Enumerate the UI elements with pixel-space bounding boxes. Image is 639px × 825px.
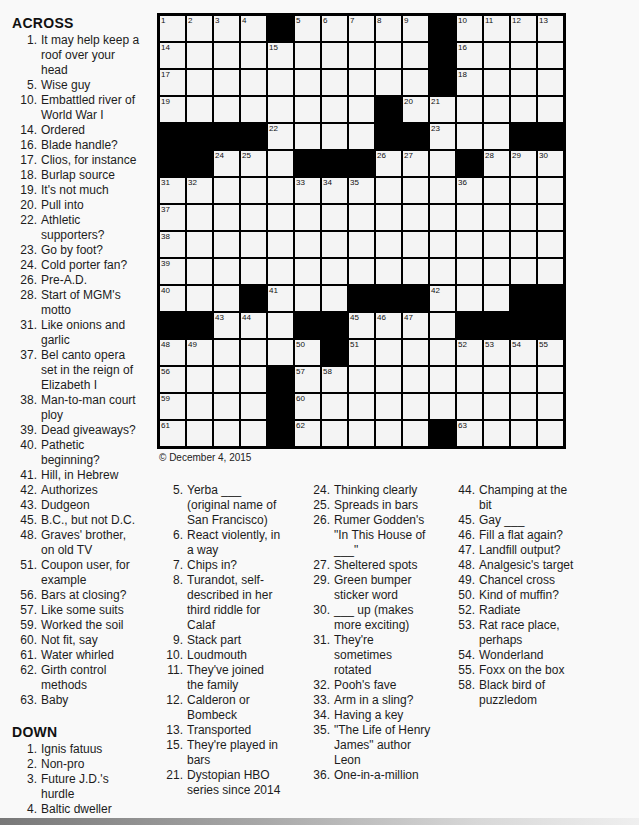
grid-cell-r8c1[interactable]: 37 — [159, 204, 186, 231]
clue-number: 26. — [12, 273, 41, 288]
grid-cell-r9c10[interactable] — [402, 231, 429, 258]
grid-cell-r14c7[interactable]: 58 — [321, 366, 348, 393]
grid-cell-r13c14[interactable]: 54 — [510, 339, 537, 366]
grid-cell-r14c11[interactable] — [429, 366, 456, 393]
clue-number: 5. — [164, 483, 187, 528]
grid-cell-r1c8[interactable]: 7 — [348, 15, 375, 42]
grid-cell-r4c3[interactable] — [213, 96, 240, 123]
clue-down_44_58-52: 52.Radiate — [456, 603, 628, 618]
grid-cell-r5c13[interactable] — [483, 123, 510, 150]
grid-cell-r10c12[interactable] — [456, 258, 483, 285]
clue-down_44_58-58: 58.Black bird of puzzledom — [456, 678, 628, 708]
grid-cell-r16c1[interactable]: 61 — [159, 420, 186, 447]
cell-number-13: 13 — [539, 16, 548, 25]
clue-number: 38. — [12, 393, 41, 423]
cell-number-28: 28 — [485, 151, 494, 160]
clue-text: Worked the soil — [41, 618, 123, 633]
grid-cell-r14c10[interactable] — [402, 366, 429, 393]
grid-cell-r2c10[interactable] — [402, 42, 429, 69]
clue-down_24_36-24: 24.Thinking clearly — [311, 483, 459, 498]
grid-cell-r14c12[interactable] — [456, 366, 483, 393]
grid-cell-r2c3[interactable] — [213, 42, 240, 69]
grid-cell-r15c1[interactable]: 59 — [159, 393, 186, 420]
grid-cell-r11c3[interactable] — [213, 285, 240, 312]
grid-cell-r7c5[interactable] — [267, 177, 294, 204]
grid-cell-r15c2[interactable] — [186, 393, 213, 420]
grid-cell-r16c2[interactable] — [186, 420, 213, 447]
clue-text: Bel canto opera set in the reign of Eliz… — [41, 348, 133, 393]
grid-cell-r12c11[interactable] — [429, 312, 456, 339]
grid-cell-r1c10[interactable]: 9 — [402, 15, 429, 42]
clue-text: Having a key — [334, 708, 403, 723]
cell-number-41: 41 — [269, 286, 278, 295]
clue-number: 39. — [12, 423, 41, 438]
grid-cell-r4c2[interactable] — [186, 96, 213, 123]
grid-cell-r15c12[interactable] — [456, 393, 483, 420]
grid-cell-r2c9[interactable] — [375, 42, 402, 69]
grid-cell-r2c14[interactable] — [510, 42, 537, 69]
cell-number-17: 17 — [161, 70, 170, 79]
grid-cell-r1c7[interactable]: 6 — [321, 15, 348, 42]
grid-cell-r9c9[interactable] — [375, 231, 402, 258]
grid-cell-r9c6[interactable] — [294, 231, 321, 258]
grid-cell-r4c4[interactable] — [240, 96, 267, 123]
grid-cell-r14c14[interactable] — [510, 366, 537, 393]
grid-cell-r14c3[interactable] — [213, 366, 240, 393]
grid-cell-r3c1[interactable]: 17 — [159, 69, 186, 96]
grid-cell-r15c15[interactable] — [537, 393, 564, 420]
cell-number-18: 18 — [458, 70, 467, 79]
grid-cell-r4c13[interactable] — [483, 96, 510, 123]
grid-cell-r14c6[interactable]: 57 — [294, 366, 321, 393]
grid-cell-r8c14[interactable] — [510, 204, 537, 231]
clue-text: Baltic dweller — [41, 802, 112, 817]
clue-text: Chancel cross — [479, 573, 555, 588]
grid-cell-r3c8[interactable] — [348, 69, 375, 96]
grid-cell-r7c9[interactable] — [375, 177, 402, 204]
grid-cell-r16c9[interactable] — [375, 420, 402, 447]
grid-cell-r2c12[interactable]: 16 — [456, 42, 483, 69]
grid-cell-r8c4[interactable] — [240, 204, 267, 231]
grid-cell-r3c10[interactable] — [402, 69, 429, 96]
clue-down_1_4-3: 3.Future J.D.'s hurdle — [12, 772, 158, 802]
grid-cell-r10c15[interactable] — [537, 258, 564, 285]
grid-cell-r1c5 — [267, 15, 294, 42]
clue-down_5_21-13: 13.Transported — [164, 723, 316, 738]
grid-cell-r9c12[interactable] — [456, 231, 483, 258]
clue-text: Cold porter fan? — [41, 258, 127, 273]
grid-cell-r2c7[interactable] — [321, 42, 348, 69]
clue-down_24_36-36: 36.One-in-a-million — [311, 768, 459, 783]
grid-cell-r14c8[interactable] — [348, 366, 375, 393]
clues-left-column: ACROSS 1.It may help keep a roof over yo… — [12, 15, 158, 817]
grid-cell-r12c4[interactable]: 44 — [240, 312, 267, 339]
grid-cell-r7c6[interactable]: 33 — [294, 177, 321, 204]
grid-cell-r13c6[interactable]: 50 — [294, 339, 321, 366]
grid-cell-r13c11[interactable] — [429, 339, 456, 366]
cell-number-34: 34 — [323, 178, 332, 187]
grid-cell-r7c7[interactable]: 34 — [321, 177, 348, 204]
clue-across-23: 23.Go by foot? — [12, 243, 158, 258]
grid-cell-r15c3[interactable] — [213, 393, 240, 420]
clue-text: Transported — [187, 723, 251, 738]
grid-cell-r10c5[interactable] — [267, 258, 294, 285]
grid-cell-r5c12[interactable] — [456, 123, 483, 150]
clue-text: Chips in? — [187, 558, 237, 573]
grid-cell-r15c10[interactable] — [402, 393, 429, 420]
grid-cell-r13c1[interactable]: 48 — [159, 339, 186, 366]
grid-cell-r3c14[interactable] — [510, 69, 537, 96]
grid-cell-r15c11[interactable] — [429, 393, 456, 420]
grid-cell-r12c9[interactable]: 46 — [375, 312, 402, 339]
grid-cell-r1c12[interactable]: 10 — [456, 15, 483, 42]
grid-cell-r5c2 — [186, 123, 213, 150]
grid-cell-r10c10[interactable] — [402, 258, 429, 285]
grid-cell-r3c11 — [429, 69, 456, 96]
cell-number-42: 42 — [431, 286, 440, 295]
grid-cell-r12c14 — [510, 312, 537, 339]
grid-cell-r3c9[interactable] — [375, 69, 402, 96]
grid-cell-r10c11[interactable] — [429, 258, 456, 285]
grid-cell-r9c7[interactable] — [321, 231, 348, 258]
grid-cell-r8c7[interactable] — [321, 204, 348, 231]
grid-cell-r13c12[interactable]: 52 — [456, 339, 483, 366]
grid-cell-r5c5[interactable]: 22 — [267, 123, 294, 150]
clue-text: Non-pro — [41, 757, 84, 772]
grid-cell-r4c11[interactable]: 21 — [429, 96, 456, 123]
cell-number-19: 19 — [161, 97, 170, 106]
grid-cell-r14c5 — [267, 366, 294, 393]
grid-cell-r8c5[interactable] — [267, 204, 294, 231]
grid-cell-r1c3[interactable]: 3 — [213, 15, 240, 42]
clue-down_24_36-26: 26.Rumer Godden's "In This House of ___" — [311, 513, 459, 558]
grid-cell-r14c9[interactable] — [375, 366, 402, 393]
grid-cell-r11c15 — [537, 285, 564, 312]
grid-cell-r7c12[interactable]: 36 — [456, 177, 483, 204]
grid-cell-r9c8[interactable] — [348, 231, 375, 258]
clue-across-57: 57.Like some suits — [12, 603, 158, 618]
clue-text: Future J.D.'s hurdle — [41, 772, 109, 802]
clue-number: 53. — [456, 618, 479, 648]
clue-number: 16. — [12, 138, 41, 153]
grid-cell-r14c4[interactable] — [240, 366, 267, 393]
grid-cell-r8c10[interactable] — [402, 204, 429, 231]
clue-number: 31. — [12, 318, 41, 348]
clue-number: 61. — [12, 648, 41, 663]
grid-cell-r3c7[interactable] — [321, 69, 348, 96]
grid-cell-r3c5[interactable] — [267, 69, 294, 96]
grid-cell-r9c4[interactable] — [240, 231, 267, 258]
grid-cell-r7c14[interactable] — [510, 177, 537, 204]
grid-cell-r11c11[interactable]: 42 — [429, 285, 456, 312]
clue-text: Wise guy — [41, 78, 90, 93]
grid-cell-r6c10[interactable]: 27 — [402, 150, 429, 177]
grid-cell-r13c2[interactable]: 49 — [186, 339, 213, 366]
clue-text: Girth control methods — [41, 663, 106, 693]
grid-cell-r12c10[interactable]: 47 — [402, 312, 429, 339]
grid-cell-r15c8[interactable] — [348, 393, 375, 420]
grid-cell-r9c5[interactable] — [267, 231, 294, 258]
grid-cell-r8c3[interactable] — [213, 204, 240, 231]
grid-cell-r16c14[interactable] — [510, 420, 537, 447]
grid-cell-r6c3[interactable]: 24 — [213, 150, 240, 177]
grid-cell-r12c5[interactable] — [267, 312, 294, 339]
grid-cell-r14c2[interactable] — [186, 366, 213, 393]
grid-cell-r1c2[interactable]: 2 — [186, 15, 213, 42]
grid-cell-r1c14[interactable]: 12 — [510, 15, 537, 42]
grid-cell-r2c13[interactable] — [483, 42, 510, 69]
grid-cell-r11c7[interactable] — [321, 285, 348, 312]
grid-cell-r5c8[interactable] — [348, 123, 375, 150]
clue-text: Turandot, self- described in her third r… — [187, 573, 272, 633]
clue-text: "The Life of Henry James" author Leon — [334, 723, 430, 768]
grid-cell-r11c2[interactable] — [186, 285, 213, 312]
grid-cell-r16c3[interactable] — [213, 420, 240, 447]
grid-cell-r9c14[interactable] — [510, 231, 537, 258]
clue-number: 14. — [12, 123, 41, 138]
grid-cell-r11c5[interactable]: 41 — [267, 285, 294, 312]
grid-cell-r13c9[interactable] — [375, 339, 402, 366]
grid-cell-r7c4[interactable] — [240, 177, 267, 204]
grid-cell-r6c7 — [321, 150, 348, 177]
grid-cell-r8c15[interactable] — [537, 204, 564, 231]
grid-cell-r10c6[interactable] — [294, 258, 321, 285]
clue-text: Spreads in bars — [334, 498, 418, 513]
grid-cell-r16c7[interactable] — [321, 420, 348, 447]
clue-number: 24. — [311, 483, 334, 498]
grid-cell-r6c5[interactable] — [267, 150, 294, 177]
grid-cell-r9c3[interactable] — [213, 231, 240, 258]
cell-number-52: 52 — [458, 340, 467, 349]
clue-text: Man-to-man court ploy — [41, 393, 136, 423]
grid-cell-r7c1[interactable]: 31 — [159, 177, 186, 204]
grid-cell-r3c2[interactable] — [186, 69, 213, 96]
clue-number: 3. — [12, 772, 41, 802]
grid-cell-r12c3[interactable]: 43 — [213, 312, 240, 339]
grid-cell-r10c2[interactable] — [186, 258, 213, 285]
grid-cell-r16c15[interactable] — [537, 420, 564, 447]
grid-cell-r2c1[interactable]: 14 — [159, 42, 186, 69]
grid-cell-r11c12[interactable] — [456, 285, 483, 312]
grid-cell-r5c6[interactable] — [294, 123, 321, 150]
grid-cell-r14c15[interactable] — [537, 366, 564, 393]
grid-cell-r6c11[interactable] — [429, 150, 456, 177]
grid-cell-r6c9[interactable]: 26 — [375, 150, 402, 177]
grid-cell-r11c6[interactable] — [294, 285, 321, 312]
grid-cell-r6c15[interactable]: 30 — [537, 150, 564, 177]
grid-cell-r3c15[interactable] — [537, 69, 564, 96]
grid-cell-r3c12[interactable]: 18 — [456, 69, 483, 96]
grid-cell-r4c5[interactable] — [267, 96, 294, 123]
grid-cell-r8c12[interactable] — [456, 204, 483, 231]
grid-cell-r10c4[interactable] — [240, 258, 267, 285]
grid-cell-r9c11[interactable] — [429, 231, 456, 258]
clue-down_5_21-5: 5.Yerba ___ (original name of San Franci… — [164, 483, 316, 528]
grid-cell-r8c6[interactable] — [294, 204, 321, 231]
grid-cell-r5c3 — [213, 123, 240, 150]
grid-cell-r7c8[interactable]: 35 — [348, 177, 375, 204]
grid-cell-r16c13[interactable] — [483, 420, 510, 447]
grid-cell-r13c10[interactable] — [402, 339, 429, 366]
cell-number-36: 36 — [458, 178, 467, 187]
grid-cell-r3c3[interactable] — [213, 69, 240, 96]
clue-number: 21. — [164, 768, 187, 798]
grid-cell-r8c13[interactable] — [483, 204, 510, 231]
grid-cell-r13c3[interactable] — [213, 339, 240, 366]
cell-number-35: 35 — [350, 178, 359, 187]
grid-cell-r15c13[interactable] — [483, 393, 510, 420]
grid-cell-r2c4[interactable] — [240, 42, 267, 69]
grid-cell-r13c13[interactable]: 53 — [483, 339, 510, 366]
down-clues-5-21: 5.Yerba ___ (original name of San Franci… — [164, 483, 316, 798]
grid-cell-r9c15[interactable] — [537, 231, 564, 258]
clue-text: Stack part — [187, 633, 241, 648]
clue-number: 12. — [164, 693, 187, 723]
grid-cell-r16c8[interactable] — [348, 420, 375, 447]
clue-down_44_58-55: 55.Foxx on the box — [456, 663, 628, 678]
clue-text: Thinking clearly — [334, 483, 417, 498]
clue-number: 41. — [12, 468, 41, 483]
grid-cell-r8c8[interactable] — [348, 204, 375, 231]
grid-cell-r4c15[interactable] — [537, 96, 564, 123]
grid-cell-r13c4[interactable] — [240, 339, 267, 366]
grid-cell-r8c9[interactable] — [375, 204, 402, 231]
clue-number: 19. — [12, 183, 41, 198]
grid-cell-r2c15[interactable] — [537, 42, 564, 69]
cell-number-62: 62 — [296, 421, 305, 430]
grid-cell-r11c14 — [510, 285, 537, 312]
grid-cell-r16c11 — [429, 420, 456, 447]
grid-cell-r1c9[interactable]: 8 — [375, 15, 402, 42]
grid-cell-r1c4[interactable]: 4 — [240, 15, 267, 42]
grid-cell-r6c14[interactable]: 29 — [510, 150, 537, 177]
grid-cell-r10c9[interactable] — [375, 258, 402, 285]
grid-cell-r15c9[interactable] — [375, 393, 402, 420]
clue-text: Pathetic beginning? — [41, 438, 100, 468]
clue-across-62: 62.Girth control methods — [12, 663, 158, 693]
grid-cell-r5c11[interactable]: 23 — [429, 123, 456, 150]
grid-cell-r9c2[interactable] — [186, 231, 213, 258]
grid-cell-r4c10[interactable]: 20 — [402, 96, 429, 123]
clue-across-39: 39.Dead giveaways? — [12, 423, 158, 438]
grid-cell-r2c6[interactable] — [294, 42, 321, 69]
clue-number: 58. — [456, 678, 479, 708]
grid-cell-r10c13[interactable] — [483, 258, 510, 285]
grid-cell-r14c13[interactable] — [483, 366, 510, 393]
grid-cell-r7c3[interactable] — [213, 177, 240, 204]
clue-text: Kind of muffin? — [479, 588, 559, 603]
grid-cell-r5c7[interactable] — [321, 123, 348, 150]
grid-cell-r15c14[interactable] — [510, 393, 537, 420]
clue-across-31: 31.Like onions and garlic — [12, 318, 158, 348]
grid-cell-r7c15[interactable] — [537, 177, 564, 204]
grid-cell-r15c7[interactable] — [321, 393, 348, 420]
grid-cell-r4c1[interactable]: 19 — [159, 96, 186, 123]
grid-cell-r3c13[interactable] — [483, 69, 510, 96]
grid-cell-r11c1[interactable]: 40 — [159, 285, 186, 312]
clue-across-14: 14.Ordered — [12, 123, 158, 138]
grid-cell-r13c8[interactable]: 51 — [348, 339, 375, 366]
clue-across-40: 40.Pathetic beginning? — [12, 438, 158, 468]
clue-text: Burlap source — [41, 168, 115, 183]
grid-cell-r7c10[interactable] — [402, 177, 429, 204]
grid-cell-r7c13[interactable] — [483, 177, 510, 204]
grid-cell-r7c2[interactable]: 32 — [186, 177, 213, 204]
grid-cell-r15c6[interactable]: 60 — [294, 393, 321, 420]
grid-cell-r1c15[interactable]: 13 — [537, 15, 564, 42]
grid-cell-r10c14[interactable] — [510, 258, 537, 285]
grid-cell-r12c8[interactable]: 45 — [348, 312, 375, 339]
grid-cell-r1c13[interactable]: 11 — [483, 15, 510, 42]
grid-cell-r9c13[interactable] — [483, 231, 510, 258]
grid-cell-r4c14[interactable] — [510, 96, 537, 123]
grid-cell-r1c6[interactable]: 5 — [294, 15, 321, 42]
cell-number-11: 11 — [485, 16, 493, 25]
clue-across-61: 61.Water whirled — [12, 648, 158, 663]
clue-text: Baby — [41, 693, 68, 708]
clue-down_24_36-32: 32.Pooh's fave — [311, 678, 459, 693]
grid-cell-r9c1[interactable]: 38 — [159, 231, 186, 258]
grid-cell-r1c1[interactable]: 1 — [159, 15, 186, 42]
grid-cell-r14c1[interactable]: 56 — [159, 366, 186, 393]
clue-across-17: 17.Clios, for instance — [12, 153, 158, 168]
grid-cell-r3c6[interactable] — [294, 69, 321, 96]
grid-cell-r13c5[interactable] — [267, 339, 294, 366]
clue-text: Pooh's fave — [334, 678, 396, 693]
grid-cell-r16c4[interactable] — [240, 420, 267, 447]
cell-number-61: 61 — [161, 421, 170, 430]
grid-cell-r2c5[interactable]: 15 — [267, 42, 294, 69]
grid-cell-r4c7[interactable] — [321, 96, 348, 123]
clue-number: 30. — [311, 603, 334, 633]
grid-cell-r10c1[interactable]: 39 — [159, 258, 186, 285]
cell-number-54: 54 — [512, 340, 521, 349]
grid-cell-r2c8[interactable] — [348, 42, 375, 69]
grid-cell-r8c2[interactable] — [186, 204, 213, 231]
cell-number-40: 40 — [161, 286, 170, 295]
grid-cell-r11c13[interactable] — [483, 285, 510, 312]
grid-cell-r10c7[interactable] — [321, 258, 348, 285]
grid-cell-r4c6[interactable] — [294, 96, 321, 123]
grid-cell-r10c8[interactable] — [348, 258, 375, 285]
grid-cell-r10c3[interactable] — [213, 258, 240, 285]
grid-cell-r4c8[interactable] — [348, 96, 375, 123]
grid-cell-r2c2[interactable] — [186, 42, 213, 69]
grid-cell-r16c12[interactable]: 63 — [456, 420, 483, 447]
grid-cell-r8c11[interactable] — [429, 204, 456, 231]
grid-cell-r15c4[interactable] — [240, 393, 267, 420]
clue-number: 42. — [12, 483, 41, 498]
clue-text: Ordered — [41, 123, 85, 138]
grid-cell-r6c4[interactable]: 25 — [240, 150, 267, 177]
grid-cell-r4c12[interactable] — [456, 96, 483, 123]
grid-cell-r13c15[interactable]: 55 — [537, 339, 564, 366]
grid-cell-r3c4[interactable] — [240, 69, 267, 96]
clue-text: It may help keep a roof over your head — [41, 33, 139, 78]
cell-number-3: 3 — [215, 16, 219, 25]
cell-number-49: 49 — [188, 340, 197, 349]
clue-text: Not fit, say — [41, 633, 98, 648]
grid-cell-r16c6[interactable]: 62 — [294, 420, 321, 447]
grid-cell-r12c7 — [321, 312, 348, 339]
clue-text: Water whirled — [41, 648, 114, 663]
grid-cell-r6c12 — [456, 150, 483, 177]
clue-number: 55. — [456, 663, 479, 678]
cell-number-59: 59 — [161, 394, 170, 403]
grid-cell-r6c13[interactable]: 28 — [483, 150, 510, 177]
grid-cell-r7c11[interactable] — [429, 177, 456, 204]
grid-cell-r16c10[interactable] — [402, 420, 429, 447]
